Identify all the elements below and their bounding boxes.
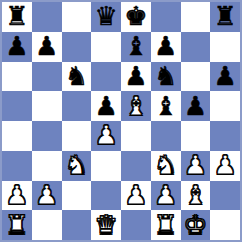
- black-pawn-piece[interactable]: ♟: [213, 62, 236, 91]
- square-g5[interactable]: ♟: [181, 91, 211, 121]
- white-pawn-piece[interactable]: ♟: [124, 181, 147, 210]
- square-b4[interactable]: [32, 121, 62, 151]
- square-f7[interactable]: ♟: [151, 32, 181, 62]
- white-pawn-piece[interactable]: ♟: [154, 181, 177, 210]
- square-b6[interactable]: [32, 62, 62, 92]
- square-c4[interactable]: [62, 121, 92, 151]
- square-b5[interactable]: [32, 91, 62, 121]
- black-pawn-piece[interactable]: ♟: [35, 32, 58, 61]
- black-pawn-piece[interactable]: ♟: [94, 92, 117, 121]
- square-a3[interactable]: [2, 151, 32, 181]
- square-f3[interactable]: ♞: [151, 151, 181, 181]
- square-h3[interactable]: ♟: [210, 151, 240, 181]
- square-d8[interactable]: ♛: [91, 2, 121, 32]
- chess-board-container: ♜♛♚♜♟♟♝♟♞♟♞♟♟♝♝♟♟♞♞♟♟♟♟♟♟♝♜♛♜♚: [0, 0, 242, 242]
- square-e7[interactable]: ♝: [121, 32, 151, 62]
- square-b2[interactable]: ♟: [32, 181, 62, 211]
- square-b3[interactable]: [32, 151, 62, 181]
- square-f6[interactable]: ♞: [151, 62, 181, 92]
- white-knight-piece[interactable]: ♞: [65, 151, 88, 180]
- square-h7[interactable]: [210, 32, 240, 62]
- square-e5[interactable]: ♝: [121, 91, 151, 121]
- square-h4[interactable]: [210, 121, 240, 151]
- square-f8[interactable]: [151, 2, 181, 32]
- white-pawn-piece[interactable]: ♟: [35, 181, 58, 210]
- square-f4[interactable]: [151, 121, 181, 151]
- square-c1[interactable]: [62, 210, 92, 240]
- black-bishop-piece[interactable]: ♝: [124, 32, 147, 61]
- square-a7[interactable]: ♟: [2, 32, 32, 62]
- square-h5[interactable]: [210, 91, 240, 121]
- white-rook-piece[interactable]: ♜: [5, 211, 28, 240]
- white-pawn-piece[interactable]: ♟: [213, 151, 236, 180]
- black-pawn-piece[interactable]: ♟: [124, 62, 147, 91]
- square-c3[interactable]: ♞: [62, 151, 92, 181]
- square-h8[interactable]: ♜: [210, 2, 240, 32]
- square-g8[interactable]: [181, 2, 211, 32]
- square-c8[interactable]: [62, 2, 92, 32]
- square-d6[interactable]: [91, 62, 121, 92]
- square-a5[interactable]: [2, 91, 32, 121]
- white-pawn-piece[interactable]: ♟: [184, 151, 207, 180]
- square-h6[interactable]: ♟: [210, 62, 240, 92]
- square-c5[interactable]: [62, 91, 92, 121]
- square-g4[interactable]: [181, 121, 211, 151]
- white-queen-piece[interactable]: ♛: [94, 211, 117, 240]
- white-rook-piece[interactable]: ♜: [154, 211, 177, 240]
- square-h2[interactable]: [210, 181, 240, 211]
- white-knight-piece[interactable]: ♞: [154, 151, 177, 180]
- square-e2[interactable]: ♟: [121, 181, 151, 211]
- square-a4[interactable]: [2, 121, 32, 151]
- square-f1[interactable]: ♜: [151, 210, 181, 240]
- square-g6[interactable]: [181, 62, 211, 92]
- square-d4[interactable]: ♟: [91, 121, 121, 151]
- black-pawn-piece[interactable]: ♟: [154, 32, 177, 61]
- black-king-piece[interactable]: ♚: [124, 2, 147, 31]
- black-rook-piece[interactable]: ♜: [5, 2, 28, 31]
- black-queen-piece[interactable]: ♛: [94, 2, 117, 31]
- square-g3[interactable]: ♟: [181, 151, 211, 181]
- square-a8[interactable]: ♜: [2, 2, 32, 32]
- square-d1[interactable]: ♛: [91, 210, 121, 240]
- square-c2[interactable]: [62, 181, 92, 211]
- white-pawn-piece[interactable]: ♟: [5, 181, 28, 210]
- square-g2[interactable]: ♝: [181, 181, 211, 211]
- square-d3[interactable]: [91, 151, 121, 181]
- square-c7[interactable]: [62, 32, 92, 62]
- chess-board: ♜♛♚♜♟♟♝♟♞♟♞♟♟♝♝♟♟♞♞♟♟♟♟♟♟♝♜♛♜♚: [0, 0, 242, 242]
- white-king-piece[interactable]: ♚: [184, 211, 207, 240]
- square-e3[interactable]: [121, 151, 151, 181]
- black-pawn-piece[interactable]: ♟: [5, 32, 28, 61]
- square-e6[interactable]: ♟: [121, 62, 151, 92]
- square-g1[interactable]: ♚: [181, 210, 211, 240]
- white-pawn-piece[interactable]: ♟: [94, 121, 117, 150]
- white-bishop-piece[interactable]: ♝: [184, 181, 207, 210]
- square-f2[interactable]: ♟: [151, 181, 181, 211]
- square-e4[interactable]: [121, 121, 151, 151]
- black-knight-piece[interactable]: ♞: [154, 62, 177, 91]
- square-d5[interactable]: ♟: [91, 91, 121, 121]
- square-e1[interactable]: [121, 210, 151, 240]
- square-a1[interactable]: ♜: [2, 210, 32, 240]
- square-b7[interactable]: ♟: [32, 32, 62, 62]
- black-bishop-piece[interactable]: ♝: [154, 92, 177, 121]
- square-b8[interactable]: [32, 2, 62, 32]
- black-knight-piece[interactable]: ♞: [65, 62, 88, 91]
- square-a2[interactable]: ♟: [2, 181, 32, 211]
- black-pawn-piece[interactable]: ♟: [184, 92, 207, 121]
- square-f5[interactable]: ♝: [151, 91, 181, 121]
- black-rook-piece[interactable]: ♜: [213, 2, 236, 31]
- square-e8[interactable]: ♚: [121, 2, 151, 32]
- square-c6[interactable]: ♞: [62, 62, 92, 92]
- white-bishop-piece[interactable]: ♝: [124, 92, 147, 121]
- square-g7[interactable]: [181, 32, 211, 62]
- square-d2[interactable]: [91, 181, 121, 211]
- square-a6[interactable]: [2, 62, 32, 92]
- square-b1[interactable]: [32, 210, 62, 240]
- square-h1[interactable]: [210, 210, 240, 240]
- square-d7[interactable]: [91, 32, 121, 62]
